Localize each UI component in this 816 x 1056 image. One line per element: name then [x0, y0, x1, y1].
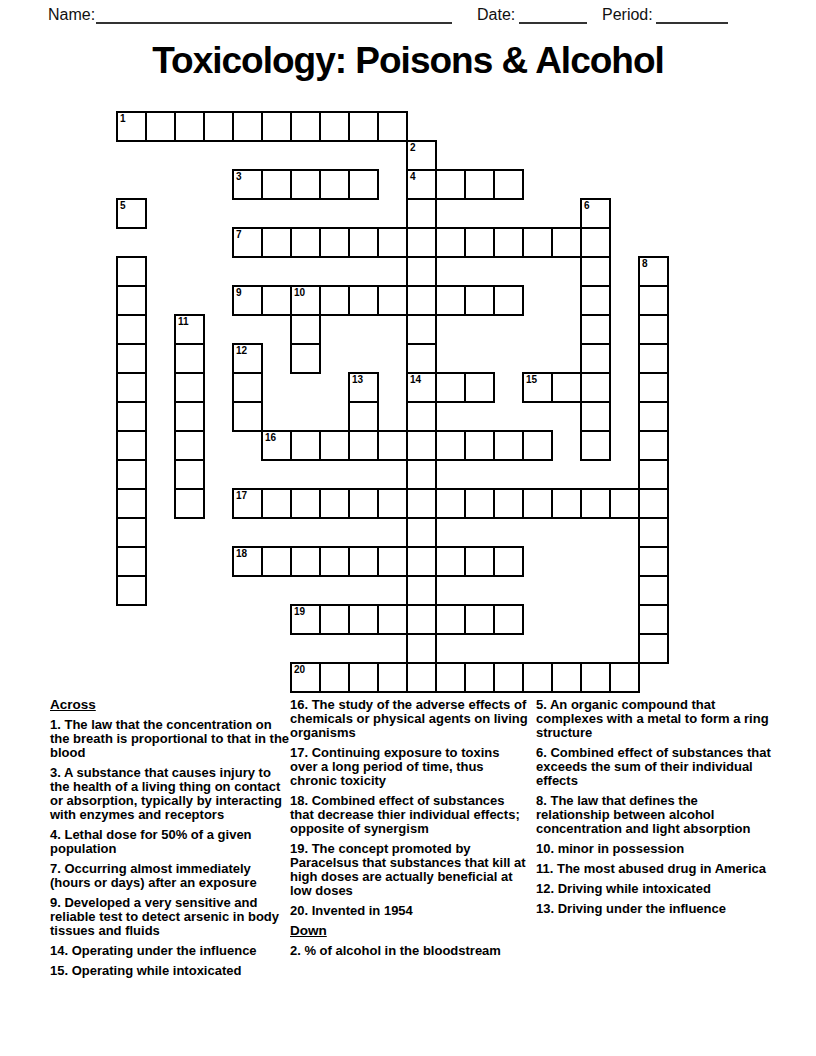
grid-cell-r13c5[interactable]: [261, 488, 292, 519]
grid-cell-r6c11[interactable]: [435, 285, 466, 316]
grid-cell-r6c18[interactable]: [638, 285, 669, 316]
grid-cell-r2c6[interactable]: [290, 169, 321, 200]
grid-cell-r6c4[interactable]: 9: [232, 285, 263, 316]
grid-cell-r7c0[interactable]: [116, 314, 147, 345]
clue-column-across: Across1. The law that the concentration …: [50, 698, 290, 984]
worksheet-page: Name: Date: Period: Toxicology: Poisons …: [0, 0, 816, 1056]
grid-cell-r19c17[interactable]: [609, 662, 640, 693]
grid-cell-r11c0[interactable]: [116, 430, 147, 461]
cell-number-2: 2: [410, 142, 416, 154]
cell-number-15: 15: [526, 374, 537, 386]
grid-cell-r15c7[interactable]: [319, 546, 350, 577]
cell-number-5: 5: [120, 200, 126, 212]
grid-cell-r13c6[interactable]: [290, 488, 321, 519]
grid-cell-r5c18[interactable]: 8: [638, 256, 669, 287]
grid-cell-r6c8[interactable]: [348, 285, 379, 316]
grid-cell-r15c18[interactable]: [638, 546, 669, 577]
cell-number-4: 4: [410, 171, 416, 183]
grid-cell-r4c8[interactable]: [348, 227, 379, 258]
grid-cell-r6c0[interactable]: [116, 285, 147, 316]
grid-cell-r5c16[interactable]: [580, 256, 611, 287]
grid-cell-r19c16[interactable]: [580, 662, 611, 693]
grid-cell-r5c10[interactable]: [406, 256, 437, 287]
grid-cell-r13c2[interactable]: [174, 488, 205, 519]
clue-down-13: 13. Driving under the influence: [536, 902, 771, 916]
grid-cell-r1c10[interactable]: 2: [406, 140, 437, 171]
grid-cell-r19c14[interactable]: [522, 662, 553, 693]
grid-cell-r13c4[interactable]: 17: [232, 488, 263, 519]
cell-number-18: 18: [236, 548, 247, 560]
grid-cell-r16c10[interactable]: [406, 575, 437, 606]
cell-number-17: 17: [236, 490, 247, 502]
grid-cell-r2c11[interactable]: [435, 169, 466, 200]
grid-cell-r8c6[interactable]: [290, 343, 321, 374]
grid-cell-r13c14[interactable]: [522, 488, 553, 519]
across-heading: Across: [50, 698, 290, 713]
grid-cell-r19c15[interactable]: [551, 662, 582, 693]
grid-cell-r11c11[interactable]: [435, 430, 466, 461]
grid-cell-r19c10[interactable]: [406, 662, 437, 693]
grid-cell-r17c8[interactable]: [348, 604, 379, 635]
grid-cell-r13c13[interactable]: [493, 488, 524, 519]
grid-cell-r12c10[interactable]: [406, 459, 437, 490]
cell-number-19: 19: [294, 606, 305, 618]
grid-cell-r5c0[interactable]: [116, 256, 147, 287]
clue-down-11: 11. The most abused drug in America: [536, 862, 771, 876]
grid-cell-r13c10[interactable]: [406, 488, 437, 519]
grid-cell-r4c16[interactable]: [580, 227, 611, 258]
grid-cell-r19c7[interactable]: [319, 662, 350, 693]
grid-cell-r7c10[interactable]: [406, 314, 437, 345]
grid-cell-r12c0[interactable]: [116, 459, 147, 490]
grid-cell-r8c10[interactable]: [406, 343, 437, 374]
grid-cell-r17c11[interactable]: [435, 604, 466, 635]
grid-cell-r11c8[interactable]: [348, 430, 379, 461]
grid-cell-r6c13[interactable]: [493, 285, 524, 316]
grid-cell-r13c12[interactable]: [464, 488, 495, 519]
cell-number-10: 10: [294, 287, 305, 299]
grid-cell-r17c18[interactable]: [638, 604, 669, 635]
grid-cell-r15c4[interactable]: 18: [232, 546, 263, 577]
grid-cell-r9c12[interactable]: [464, 372, 495, 403]
clue-column-down: 5. An organic compound that complexes wi…: [536, 698, 771, 922]
grid-cell-r9c16[interactable]: [580, 372, 611, 403]
clue-down-5: 5. An organic compound that complexes wi…: [536, 698, 771, 740]
grid-cell-r14c10[interactable]: [406, 517, 437, 548]
puzzle-title: Toxicology: Poisons & Alcohol: [0, 40, 816, 82]
grid-cell-r6c6[interactable]: 10: [290, 285, 321, 316]
grid-cell-r4c10[interactable]: [406, 227, 437, 258]
grid-cell-r13c11[interactable]: [435, 488, 466, 519]
clue-across-15: 15. Operating while intoxicated: [50, 964, 290, 978]
grid-cell-r10c10[interactable]: [406, 401, 437, 432]
grid-cell-r13c7[interactable]: [319, 488, 350, 519]
grid-cell-r19c9[interactable]: [377, 662, 408, 693]
clue-across-14: 14. Operating under the influence: [50, 944, 290, 958]
grid-cell-r9c14[interactable]: 15: [522, 372, 553, 403]
down-heading: Down: [290, 924, 528, 939]
grid-cell-r11c5[interactable]: 16: [261, 430, 292, 461]
grid-cell-r13c17[interactable]: [609, 488, 640, 519]
grid-cell-r0c9[interactable]: [377, 111, 408, 142]
cell-number-11: 11: [178, 316, 189, 328]
grid-cell-r0c2[interactable]: [174, 111, 205, 142]
grid-cell-r11c2[interactable]: [174, 430, 205, 461]
clue-across-3: 3. A substance that causes injury to the…: [50, 766, 290, 822]
grid-cell-r11c18[interactable]: [638, 430, 669, 461]
grid-cell-r9c0[interactable]: [116, 372, 147, 403]
grid-cell-r7c6[interactable]: [290, 314, 321, 345]
grid-cell-r19c11[interactable]: [435, 662, 466, 693]
period-blank-line: [656, 22, 728, 24]
cell-number-13: 13: [352, 374, 363, 386]
grid-cell-r4c14[interactable]: [522, 227, 553, 258]
cell-number-16: 16: [265, 432, 276, 444]
grid-cell-r11c16[interactable]: [580, 430, 611, 461]
grid-cell-r17c12[interactable]: [464, 604, 495, 635]
clue-across-17: 17. Continuing exposure to toxins over a…: [290, 746, 528, 788]
grid-cell-r12c18[interactable]: [638, 459, 669, 490]
grid-cell-r2c5[interactable]: [261, 169, 292, 200]
grid-cell-r8c2[interactable]: [174, 343, 205, 374]
grid-cell-r14c0[interactable]: [116, 517, 147, 548]
grid-cell-r0c4[interactable]: [232, 111, 263, 142]
grid-cell-r19c8[interactable]: [348, 662, 379, 693]
grid-cell-r16c18[interactable]: [638, 575, 669, 606]
grid-cell-r9c10[interactable]: 14: [406, 372, 437, 403]
grid-cell-r15c6[interactable]: [290, 546, 321, 577]
clue-across-20: 20. Invented in 1954: [290, 904, 528, 918]
grid-cell-r10c2[interactable]: [174, 401, 205, 432]
grid-cell-r2c4[interactable]: 3: [232, 169, 263, 200]
grid-cell-r13c0[interactable]: [116, 488, 147, 519]
grid-cell-r11c14[interactable]: [522, 430, 553, 461]
grid-cell-r13c16[interactable]: [580, 488, 611, 519]
clue-down-8: 8. The law that defines the relationship…: [536, 794, 771, 836]
clue-across-16: 16. The study of the adverse effects of …: [290, 698, 528, 740]
grid-cell-r6c16[interactable]: [580, 285, 611, 316]
grid-cell-r11c10[interactable]: [406, 430, 437, 461]
grid-cell-r0c6[interactable]: [290, 111, 321, 142]
grid-cell-r8c18[interactable]: [638, 343, 669, 374]
period-label: Period:: [602, 6, 653, 24]
grid-cell-r6c12[interactable]: [464, 285, 495, 316]
grid-cell-r4c7[interactable]: [319, 227, 350, 258]
grid-cell-r2c12[interactable]: [464, 169, 495, 200]
cell-number-9: 9: [236, 287, 242, 299]
clue-down-12: 12. Driving while intoxicated: [536, 882, 771, 896]
grid-cell-r6c10[interactable]: [406, 285, 437, 316]
clue-across-1: 1. The law that the concentration on the…: [50, 718, 290, 760]
cell-number-8: 8: [642, 258, 648, 270]
grid-cell-r11c13[interactable]: [493, 430, 524, 461]
grid-cell-r11c7[interactable]: [319, 430, 350, 461]
grid-cell-r0c1[interactable]: [145, 111, 176, 142]
grid-cell-r18c10[interactable]: [406, 633, 437, 664]
grid-cell-r9c8[interactable]: 13: [348, 372, 379, 403]
grid-cell-r4c13[interactable]: [493, 227, 524, 258]
grid-cell-r9c11[interactable]: [435, 372, 466, 403]
clue-down-10: 10. minor in possession: [536, 842, 771, 856]
grid-cell-r0c7[interactable]: [319, 111, 350, 142]
grid-cell-r0c5[interactable]: [261, 111, 292, 142]
grid-cell-r13c9[interactable]: [377, 488, 408, 519]
grid-cell-r15c12[interactable]: [464, 546, 495, 577]
clue-across-7: 7. Occurring almost immediately (hours o…: [50, 862, 290, 890]
clue-across-9: 9. Developed a very sensitive and reliab…: [50, 896, 290, 938]
grid-cell-r4c12[interactable]: [464, 227, 495, 258]
grid-cell-r12c2[interactable]: [174, 459, 205, 490]
grid-cell-r4c15[interactable]: [551, 227, 582, 258]
grid-cell-r2c13[interactable]: [493, 169, 524, 200]
grid-cell-r4c9[interactable]: [377, 227, 408, 258]
grid-cell-r3c16[interactable]: 6: [580, 198, 611, 229]
date-blank-line: [519, 22, 587, 24]
grid-cell-r15c9[interactable]: [377, 546, 408, 577]
clue-column-middle: 16. The study of the adverse effects of …: [290, 698, 528, 964]
grid-cell-r19c6[interactable]: 20: [290, 662, 321, 693]
grid-cell-r17c9[interactable]: [377, 604, 408, 635]
grid-cell-r0c3[interactable]: [203, 111, 234, 142]
grid-cell-r15c8[interactable]: [348, 546, 379, 577]
grid-cell-r13c8[interactable]: [348, 488, 379, 519]
grid-cell-r11c12[interactable]: [464, 430, 495, 461]
grid-cell-r9c4[interactable]: [232, 372, 263, 403]
grid-cell-r4c6[interactable]: [290, 227, 321, 258]
grid-cell-r2c7[interactable]: [319, 169, 350, 200]
grid-cell-r9c2[interactable]: [174, 372, 205, 403]
clue-down-6: 6. Combined effect of substances that ex…: [536, 746, 771, 788]
clue-down-2: 2. % of alcohol in the bloodstream: [290, 944, 528, 958]
grid-cell-r8c4[interactable]: 12: [232, 343, 263, 374]
grid-cell-r10c16[interactable]: [580, 401, 611, 432]
cell-number-6: 6: [584, 200, 590, 212]
grid-cell-r10c0[interactable]: [116, 401, 147, 432]
grid-cell-r4c4[interactable]: 7: [232, 227, 263, 258]
grid-cell-r0c0[interactable]: 1: [116, 111, 147, 142]
grid-cell-r6c5[interactable]: [261, 285, 292, 316]
cell-number-14: 14: [410, 374, 421, 386]
grid-cell-r11c9[interactable]: [377, 430, 408, 461]
grid-cell-r4c11[interactable]: [435, 227, 466, 258]
grid-cell-r6c7[interactable]: [319, 285, 350, 316]
grid-cell-r13c18[interactable]: [638, 488, 669, 519]
grid-cell-r17c13[interactable]: [493, 604, 524, 635]
grid-cell-r17c6[interactable]: 19: [290, 604, 321, 635]
grid-cell-r13c15[interactable]: [551, 488, 582, 519]
grid-cell-r4c5[interactable]: [261, 227, 292, 258]
grid-cell-r6c9[interactable]: [377, 285, 408, 316]
grid-cell-r10c18[interactable]: [638, 401, 669, 432]
cell-number-1: 1: [120, 113, 126, 125]
grid-cell-r10c8[interactable]: [348, 401, 379, 432]
grid-cell-r0c8[interactable]: [348, 111, 379, 142]
grid-cell-r19c12[interactable]: [464, 662, 495, 693]
grid-cell-r10c4[interactable]: [232, 401, 263, 432]
grid-cell-r2c10[interactable]: 4: [406, 169, 437, 200]
name-blank-line: [96, 22, 452, 24]
name-label: Name:: [48, 6, 95, 24]
grid-cell-r16c0[interactable]: [116, 575, 147, 606]
date-label: Date:: [477, 6, 515, 24]
grid-cell-r9c18[interactable]: [638, 372, 669, 403]
cell-number-3: 3: [236, 171, 242, 183]
crossword-grid: 1234567891011121314151617181920: [116, 111, 669, 693]
grid-cell-r7c2[interactable]: 11: [174, 314, 205, 345]
grid-cell-r19c13[interactable]: [493, 662, 524, 693]
grid-cell-r9c15[interactable]: [551, 372, 582, 403]
grid-cell-r8c16[interactable]: [580, 343, 611, 374]
grid-cell-r15c10[interactable]: [406, 546, 437, 577]
cell-number-20: 20: [294, 664, 305, 676]
cell-number-12: 12: [236, 345, 247, 357]
clue-across-4: 4. Lethal dose for 50% of a given popula…: [50, 828, 290, 856]
grid-cell-r17c10[interactable]: [406, 604, 437, 635]
grid-cell-r15c5[interactable]: [261, 546, 292, 577]
grid-cell-r11c6[interactable]: [290, 430, 321, 461]
clue-across-18: 18. Combined effect of substances that d…: [290, 794, 528, 836]
grid-cell-r15c0[interactable]: [116, 546, 147, 577]
grid-cell-r15c11[interactable]: [435, 546, 466, 577]
grid-cell-r17c7[interactable]: [319, 604, 350, 635]
clue-across-19: 19. The concept promoted by Paracelsus t…: [290, 842, 528, 898]
grid-cell-r2c8[interactable]: [348, 169, 379, 200]
grid-cell-r3c0[interactable]: 5: [116, 198, 147, 229]
grid-cell-r8c0[interactable]: [116, 343, 147, 374]
cell-number-7: 7: [236, 229, 242, 241]
grid-cell-r7c18[interactable]: [638, 314, 669, 345]
grid-cell-r18c18[interactable]: [638, 633, 669, 664]
grid-cell-r7c16[interactable]: [580, 314, 611, 345]
grid-cell-r14c18[interactable]: [638, 517, 669, 548]
grid-cell-r15c13[interactable]: [493, 546, 524, 577]
grid-cell-r3c10[interactable]: [406, 198, 437, 229]
